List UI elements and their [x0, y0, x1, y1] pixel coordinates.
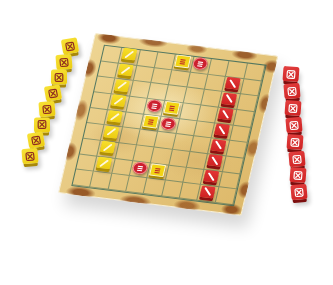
- slash-icon: [202, 187, 213, 197]
- yellow-reserve-die[interactable]: [51, 70, 67, 85]
- yellow-cube-slash[interactable]: [103, 125, 119, 138]
- product-photo-scene: [0, 0, 333, 285]
- red-reserve-die[interactable]: [282, 66, 299, 82]
- red-reserve-die[interactable]: [290, 184, 307, 200]
- yellow-cube-slash[interactable]: [100, 141, 116, 154]
- slash-icon: [206, 171, 217, 181]
- yellow-cube-slash[interactable]: [96, 156, 112, 169]
- slash-icon: [106, 127, 117, 137]
- board-cell[interactable]: [215, 187, 236, 205]
- yellow-reserve-die[interactable]: [21, 148, 38, 164]
- crossed-box-icon: [289, 119, 300, 130]
- yellow-reserve-die[interactable]: [27, 131, 45, 149]
- crossed-box-icon: [288, 102, 299, 113]
- red-cube-slash[interactable]: [203, 170, 219, 183]
- yellow-cube-slash[interactable]: [121, 48, 137, 61]
- yellow-cube-slash[interactable]: [111, 94, 127, 107]
- red-reserve-die[interactable]: [287, 134, 304, 150]
- slash-icon: [120, 65, 131, 75]
- slash-icon: [209, 156, 220, 166]
- triple-bar-icon: [163, 120, 173, 128]
- yellow-reserve-die[interactable]: [34, 117, 50, 132]
- yellow-reserve-die[interactable]: [44, 84, 62, 102]
- yellow-reserve-die[interactable]: [56, 54, 73, 70]
- red-cube-slash[interactable]: [200, 185, 216, 198]
- triple-bar-icon: [153, 166, 163, 174]
- crossed-box-icon: [291, 153, 302, 164]
- slash-icon: [113, 96, 124, 106]
- slash-icon: [124, 50, 135, 60]
- triple-bar-icon: [135, 164, 145, 172]
- crossed-box-icon: [42, 103, 53, 114]
- crossed-box-icon: [30, 134, 42, 146]
- yellow-reserve-die[interactable]: [61, 37, 79, 55]
- red-cube-slash[interactable]: [207, 154, 223, 167]
- red-cube-slash[interactable]: [218, 108, 234, 121]
- red-reserve-die[interactable]: [289, 167, 306, 183]
- yellow-square-token[interactable]: [174, 55, 191, 69]
- game-board: [58, 33, 278, 216]
- yellow-cube-slash[interactable]: [107, 110, 123, 123]
- slash-icon: [109, 112, 120, 122]
- red-cube-slash[interactable]: [214, 123, 230, 136]
- yellow-cube-slash[interactable]: [114, 79, 130, 92]
- triple-bar-icon: [145, 117, 155, 125]
- crossed-box-icon: [54, 72, 64, 82]
- crossed-box-icon: [59, 56, 70, 67]
- crossed-box-icon: [286, 69, 297, 80]
- yellow-cube-slash[interactable]: [118, 63, 134, 76]
- red-cube-slash[interactable]: [225, 77, 241, 90]
- red-reserve-die[interactable]: [285, 100, 302, 116]
- triple-bar-icon: [167, 104, 177, 112]
- crossed-box-icon: [290, 136, 301, 147]
- slash-icon: [227, 78, 238, 88]
- slash-icon: [99, 158, 110, 168]
- slash-icon: [213, 140, 224, 150]
- red-cube-slash[interactable]: [210, 139, 226, 152]
- slash-icon: [220, 109, 231, 119]
- crossed-box-icon: [287, 85, 298, 96]
- triple-bar-icon: [149, 102, 159, 110]
- crossed-box-icon: [25, 150, 36, 161]
- crossed-box-icon: [37, 120, 47, 130]
- red-reserve-die[interactable]: [283, 83, 300, 99]
- red-reserve-die[interactable]: [286, 117, 303, 133]
- crossed-box-icon: [293, 187, 304, 198]
- crossed-box-icon: [47, 87, 59, 99]
- slash-icon: [102, 143, 113, 153]
- crossed-box-icon: [64, 40, 76, 52]
- triple-bar-icon: [178, 58, 188, 66]
- slash-icon: [216, 125, 227, 135]
- red-cube-slash[interactable]: [221, 92, 237, 105]
- yellow-square-token[interactable]: [142, 115, 159, 129]
- slash-icon: [116, 81, 127, 91]
- triple-bar-icon: [196, 60, 206, 68]
- yellow-square-token[interactable]: [163, 101, 180, 115]
- red-reserve-die[interactable]: [288, 150, 305, 166]
- slash-icon: [224, 94, 235, 104]
- yellow-reserve-die[interactable]: [39, 101, 56, 117]
- yellow-square-token[interactable]: [149, 163, 166, 177]
- crossed-box-icon: [292, 170, 303, 181]
